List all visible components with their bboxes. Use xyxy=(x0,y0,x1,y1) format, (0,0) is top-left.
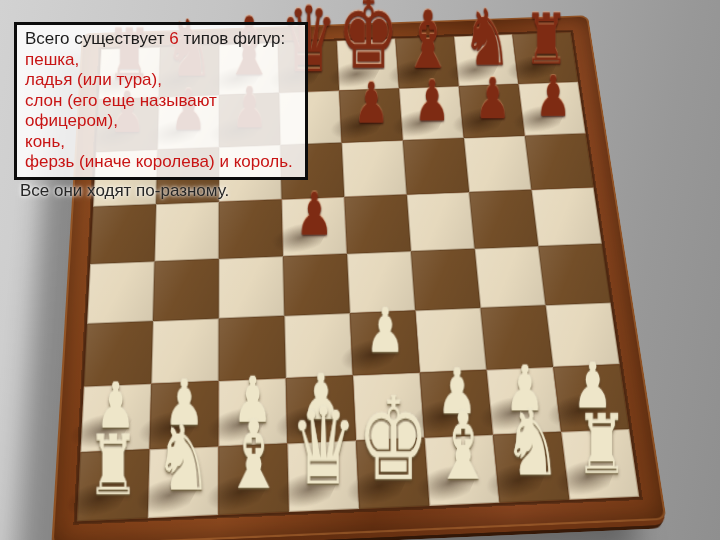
square-a5 xyxy=(90,204,156,264)
black-king-e8: ♚ xyxy=(337,0,399,75)
square-h7: ♟ xyxy=(518,82,585,136)
square-a4 xyxy=(87,261,154,323)
square-c4 xyxy=(219,256,285,318)
piece-type-line: офицером), xyxy=(25,111,297,132)
square-f6 xyxy=(403,138,469,195)
piece-type-line: ладья (или тура), xyxy=(25,70,297,91)
square-h5 xyxy=(531,187,601,246)
white-king-e1: ♚ xyxy=(357,394,430,488)
square-d4 xyxy=(283,254,350,316)
piece-type-line: пешка, xyxy=(25,50,297,71)
square-b4 xyxy=(153,259,219,321)
black-pawn-e7: ♟ xyxy=(354,80,390,126)
black-bishop-f8: ♝ xyxy=(402,7,453,73)
white-knight-g1: ♞ xyxy=(504,407,562,482)
square-d5: ♟ xyxy=(282,197,347,256)
square-b1: ♞ xyxy=(148,446,219,518)
info-line-1: Всего существует 6 типов фигур: xyxy=(25,29,297,50)
white-queen-d1: ♛ xyxy=(290,404,357,491)
square-e3: ♟ xyxy=(350,310,420,375)
info-tail-line: Все они ходят по-разному. xyxy=(20,181,340,201)
black-pawn-g7: ♟ xyxy=(475,76,511,122)
piece-type-line: ферзь (иначе королева) и король. xyxy=(25,152,297,173)
black-pawn-f7: ♟ xyxy=(414,78,450,124)
square-e5 xyxy=(344,195,411,254)
square-b5 xyxy=(155,202,219,262)
square-e1: ♚ xyxy=(356,438,430,509)
piece-type-list: пешка,ладья (или тура),слон (его еще наз… xyxy=(25,50,297,173)
square-g4 xyxy=(475,246,546,308)
white-knight-b1: ♞ xyxy=(154,422,212,497)
black-pawn-h7: ♟ xyxy=(535,74,571,120)
square-f5 xyxy=(407,192,475,251)
square-h6 xyxy=(525,133,594,189)
square-g5 xyxy=(469,190,538,249)
white-bishop-c1: ♝ xyxy=(224,417,284,494)
info-text-box: Всего существует 6 типов фигур: пешка,ла… xyxy=(14,22,308,180)
square-g6 xyxy=(464,136,532,192)
piece-type-line: конь, xyxy=(25,132,297,153)
square-f4 xyxy=(411,249,481,311)
white-rook-a1: ♜ xyxy=(87,432,139,500)
black-rook-h8: ♜ xyxy=(524,11,568,69)
black-knight-g8: ♞ xyxy=(463,7,512,71)
white-pawn-e3: ♟ xyxy=(366,306,405,357)
square-h4 xyxy=(538,244,610,306)
square-h1: ♜ xyxy=(561,429,639,500)
white-bishop-f1: ♝ xyxy=(433,408,492,485)
piece-type-line: слон (его еще называют xyxy=(25,91,297,112)
square-c5 xyxy=(219,199,283,258)
square-e6 xyxy=(342,140,407,197)
figure-count: 6 xyxy=(169,29,178,48)
white-rook-h1: ♜ xyxy=(576,412,628,479)
